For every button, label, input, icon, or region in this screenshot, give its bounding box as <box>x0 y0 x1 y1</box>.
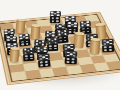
die-pip <box>81 25 84 27</box>
die-pip <box>25 58 28 60</box>
die-front-face <box>58 35 69 43</box>
die-pip <box>26 44 29 46</box>
die-pip <box>40 61 43 63</box>
die-pip <box>14 43 17 45</box>
die-pip <box>64 37 67 39</box>
photo <box>0 0 120 90</box>
die-pip <box>57 12 60 13</box>
die-pip <box>63 44 66 46</box>
die-pip <box>27 50 30 52</box>
die-pip <box>87 24 90 26</box>
die-pip <box>60 40 63 42</box>
die-pip <box>54 39 57 41</box>
die-pip <box>67 61 70 63</box>
black-die-piece[interactable] <box>57 29 70 43</box>
die-pip <box>35 43 38 45</box>
pieces-layer <box>0 0 120 90</box>
cylinder-body <box>73 33 84 49</box>
die-pip <box>43 47 46 48</box>
die-pip <box>49 48 52 50</box>
die-pip <box>69 32 72 34</box>
die-pip <box>52 21 54 23</box>
cylinder-body <box>10 48 20 63</box>
wood-cylinder-piece[interactable] <box>16 18 26 33</box>
die-pip <box>87 30 90 32</box>
die-pip <box>73 52 76 54</box>
die-pip <box>72 61 75 63</box>
black-die-piece[interactable] <box>65 50 78 64</box>
cylinder-top <box>90 37 100 40</box>
die-pip <box>104 50 107 52</box>
black-die-piece[interactable] <box>47 38 59 51</box>
die-pip <box>13 37 16 39</box>
die-pip <box>64 48 67 50</box>
die-pip <box>52 32 55 34</box>
die-pip <box>72 17 75 19</box>
die-pip <box>75 23 78 25</box>
die-front-face <box>39 59 51 67</box>
wood-cylinder-piece[interactable] <box>89 37 100 54</box>
die-pip <box>109 46 112 48</box>
die-pip <box>70 47 73 49</box>
die-pip <box>109 39 112 41</box>
cylinder-top <box>31 23 40 26</box>
die-pip <box>87 35 90 37</box>
die-pip <box>69 29 72 31</box>
die-pip <box>104 47 107 49</box>
die-pip <box>49 45 52 47</box>
die-pip <box>54 45 57 47</box>
die-pip <box>54 48 57 50</box>
die-front-face <box>23 53 34 61</box>
die-pip <box>87 21 90 23</box>
die-pip <box>62 24 65 25</box>
die-pip <box>109 49 112 51</box>
black-die-piece[interactable] <box>18 34 30 47</box>
die-pip <box>41 64 44 66</box>
die-pip <box>72 58 75 60</box>
die-pip <box>41 44 44 46</box>
die-front-face <box>65 56 77 64</box>
die-pip <box>30 58 33 60</box>
die-pip <box>45 54 48 56</box>
die-pip <box>25 55 28 57</box>
die-front-face <box>47 43 58 51</box>
die-pip <box>29 55 32 57</box>
wood-cylinder-piece[interactable] <box>30 23 40 38</box>
black-die-piece[interactable] <box>101 39 114 53</box>
wood-cylinder-piece[interactable] <box>10 47 20 63</box>
die-front-face <box>102 45 114 53</box>
die-pip <box>23 49 26 51</box>
die-pip <box>64 39 67 41</box>
die-pip <box>59 37 62 39</box>
die-pip <box>41 41 44 43</box>
die-pip <box>93 34 96 36</box>
die-pip <box>45 64 48 66</box>
die-pip <box>102 40 105 42</box>
die-pip <box>67 46 70 48</box>
die-pip <box>87 38 90 40</box>
die-pip <box>67 58 70 60</box>
cylinder-body <box>16 19 26 33</box>
die-pip <box>70 44 73 46</box>
wood-cylinder-piece[interactable] <box>73 32 84 49</box>
black-die-piece[interactable] <box>22 48 35 62</box>
die-pip <box>25 35 28 37</box>
die-pip <box>45 61 48 63</box>
die-pip <box>57 20 59 22</box>
die-pip <box>29 49 32 51</box>
die-pip <box>82 28 85 30</box>
die-pip <box>21 44 24 46</box>
black-die-piece[interactable] <box>50 11 61 23</box>
die-pip <box>64 30 67 32</box>
black-die-piece[interactable] <box>38 53 51 67</box>
die-pip <box>11 30 14 32</box>
die-front-face <box>51 16 61 23</box>
die-pip <box>106 41 109 43</box>
die-front-face <box>19 39 30 47</box>
die-pip <box>86 27 89 29</box>
